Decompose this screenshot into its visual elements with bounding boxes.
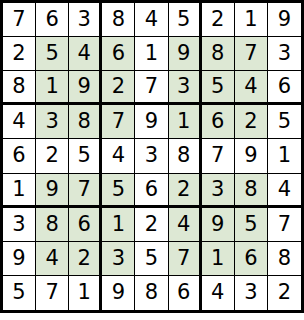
- sudoku-cell-r2c9[interactable]: 3: [268, 37, 301, 71]
- sudoku-cell-r4c8[interactable]: 2: [235, 105, 268, 139]
- sudoku-cell-r8c6[interactable]: 7: [169, 242, 202, 276]
- sudoku-cell-r9c8[interactable]: 3: [235, 276, 268, 310]
- sudoku-cell-r2c7[interactable]: 8: [202, 37, 235, 71]
- sudoku-board: 7638452192546198738192735464387916256254…: [0, 0, 304, 313]
- sudoku-cell-r3c5[interactable]: 7: [135, 71, 168, 105]
- sudoku-cell-r2c8[interactable]: 7: [235, 37, 268, 71]
- sudoku-cell-r9c1[interactable]: 5: [3, 276, 36, 310]
- sudoku-cell-r4c9[interactable]: 5: [268, 105, 301, 139]
- sudoku-cell-r8c1[interactable]: 9: [3, 242, 36, 276]
- sudoku-cell-r3c6[interactable]: 3: [169, 71, 202, 105]
- sudoku-cell-r3c3[interactable]: 9: [69, 71, 102, 105]
- sudoku-cell-r3c8[interactable]: 4: [235, 71, 268, 105]
- sudoku-cell-r5c3[interactable]: 5: [69, 139, 102, 173]
- sudoku-cell-r9c4[interactable]: 9: [102, 276, 135, 310]
- sudoku-cell-r5c1[interactable]: 6: [3, 139, 36, 173]
- sudoku-cell-r3c4[interactable]: 2: [102, 71, 135, 105]
- sudoku-cell-r6c5[interactable]: 6: [135, 174, 168, 208]
- sudoku-cell-r3c1[interactable]: 8: [3, 71, 36, 105]
- sudoku-cell-r1c7[interactable]: 2: [202, 3, 235, 37]
- sudoku-cell-r6c3[interactable]: 7: [69, 174, 102, 208]
- sudoku-cell-r7c2[interactable]: 8: [36, 208, 69, 242]
- sudoku-cell-r7c1[interactable]: 3: [3, 208, 36, 242]
- sudoku-cell-r4c6[interactable]: 1: [169, 105, 202, 139]
- sudoku-cell-r1c9[interactable]: 9: [268, 3, 301, 37]
- sudoku-cell-r6c8[interactable]: 8: [235, 174, 268, 208]
- sudoku-cell-r9c3[interactable]: 1: [69, 276, 102, 310]
- sudoku-cell-r6c9[interactable]: 4: [268, 174, 301, 208]
- sudoku-cell-r2c1[interactable]: 2: [3, 37, 36, 71]
- sudoku-cell-r9c5[interactable]: 8: [135, 276, 168, 310]
- sudoku-cell-r1c4[interactable]: 8: [102, 3, 135, 37]
- sudoku-cell-r7c3[interactable]: 6: [69, 208, 102, 242]
- sudoku-cell-r5c6[interactable]: 8: [169, 139, 202, 173]
- sudoku-cell-r4c1[interactable]: 4: [3, 105, 36, 139]
- sudoku-cell-r4c4[interactable]: 7: [102, 105, 135, 139]
- sudoku-cell-r4c3[interactable]: 8: [69, 105, 102, 139]
- sudoku-cell-r2c2[interactable]: 5: [36, 37, 69, 71]
- sudoku-cell-r1c6[interactable]: 5: [169, 3, 202, 37]
- sudoku-cell-r5c7[interactable]: 7: [202, 139, 235, 173]
- sudoku-cell-r8c5[interactable]: 5: [135, 242, 168, 276]
- sudoku-cell-r1c1[interactable]: 7: [3, 3, 36, 37]
- sudoku-cell-r7c8[interactable]: 5: [235, 208, 268, 242]
- sudoku-cell-r4c5[interactable]: 9: [135, 105, 168, 139]
- sudoku-cell-r2c6[interactable]: 9: [169, 37, 202, 71]
- sudoku-cell-r1c5[interactable]: 4: [135, 3, 168, 37]
- sudoku-cell-r3c7[interactable]: 5: [202, 71, 235, 105]
- sudoku-cell-r5c4[interactable]: 4: [102, 139, 135, 173]
- sudoku-cell-r7c7[interactable]: 9: [202, 208, 235, 242]
- sudoku-cell-r3c9[interactable]: 6: [268, 71, 301, 105]
- sudoku-cell-r8c8[interactable]: 6: [235, 242, 268, 276]
- sudoku-cell-r1c3[interactable]: 3: [69, 3, 102, 37]
- sudoku-cell-r2c4[interactable]: 6: [102, 37, 135, 71]
- sudoku-cell-r7c5[interactable]: 2: [135, 208, 168, 242]
- sudoku-cell-r8c9[interactable]: 8: [268, 242, 301, 276]
- sudoku-cell-r5c2[interactable]: 2: [36, 139, 69, 173]
- sudoku-cell-r1c8[interactable]: 1: [235, 3, 268, 37]
- sudoku-cell-r9c7[interactable]: 4: [202, 276, 235, 310]
- sudoku-cell-r8c3[interactable]: 2: [69, 242, 102, 276]
- sudoku-cell-r4c7[interactable]: 6: [202, 105, 235, 139]
- sudoku-cell-r7c9[interactable]: 7: [268, 208, 301, 242]
- sudoku-cell-r8c4[interactable]: 3: [102, 242, 135, 276]
- sudoku-cell-r5c9[interactable]: 1: [268, 139, 301, 173]
- sudoku-cell-r6c6[interactable]: 2: [169, 174, 202, 208]
- sudoku-cell-r8c2[interactable]: 4: [36, 242, 69, 276]
- sudoku-cell-r9c6[interactable]: 6: [169, 276, 202, 310]
- sudoku-cell-r6c7[interactable]: 3: [202, 174, 235, 208]
- sudoku-cell-r5c8[interactable]: 9: [235, 139, 268, 173]
- sudoku-cell-r7c4[interactable]: 1: [102, 208, 135, 242]
- sudoku-cell-r9c2[interactable]: 7: [36, 276, 69, 310]
- sudoku-cell-r6c2[interactable]: 9: [36, 174, 69, 208]
- sudoku-cell-r8c7[interactable]: 1: [202, 242, 235, 276]
- sudoku-cell-r2c3[interactable]: 4: [69, 37, 102, 71]
- sudoku-cell-r2c5[interactable]: 1: [135, 37, 168, 71]
- sudoku-cell-r6c1[interactable]: 1: [3, 174, 36, 208]
- sudoku-cell-r9c9[interactable]: 2: [268, 276, 301, 310]
- sudoku-cell-r4c2[interactable]: 3: [36, 105, 69, 139]
- sudoku-cell-r5c5[interactable]: 3: [135, 139, 168, 173]
- sudoku-cell-r7c6[interactable]: 4: [169, 208, 202, 242]
- sudoku-cell-r3c2[interactable]: 1: [36, 71, 69, 105]
- sudoku-cell-r6c4[interactable]: 5: [102, 174, 135, 208]
- sudoku-cell-r1c2[interactable]: 6: [36, 3, 69, 37]
